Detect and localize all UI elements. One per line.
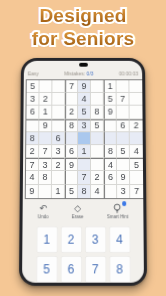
erase-icon: ◇ (74, 203, 81, 213)
sudoku-cell-r6c9[interactable]: 4 (130, 145, 143, 158)
sudoku-cell-r9c9[interactable]: 7 (130, 185, 143, 198)
sudoku-cell-r3c5[interactable]: 5 (78, 106, 91, 119)
undo-icon: ↶ (39, 203, 47, 213)
sudoku-cell-r8c9[interactable] (130, 171, 143, 184)
smart-hint-button[interactable]: Smart Hint (107, 203, 128, 222)
smart-hint-label: Smart Hint (107, 214, 128, 219)
sudoku-cell-r3c2[interactable]: 1 (39, 106, 52, 119)
hint-count-badge (122, 201, 127, 206)
sudoku-cell-r7c9[interactable]: 5 (130, 158, 143, 171)
numpad: 123456789✎ (24, 226, 142, 283)
sudoku-cell-r3c8[interactable] (117, 106, 130, 119)
timer: 00:00:03 (119, 71, 138, 77)
banner: Designed Designed for Seniors for Senior… (0, 5, 166, 50)
sudoku-cell-r9c5[interactable]: 8 (78, 185, 91, 198)
sudoku-cell-r7c4[interactable]: 9 (65, 158, 78, 171)
sudoku-cell-r6c4[interactable]: 6 (65, 145, 78, 158)
sudoku-cell-r8c4[interactable] (65, 171, 78, 184)
sudoku-cell-r3c4[interactable]: 2 (65, 106, 78, 119)
sudoku-cell-r7c8[interactable] (117, 158, 130, 171)
sudoku-cell-r5c7[interactable] (104, 132, 117, 145)
sudoku-cell-r5c4[interactable] (65, 132, 78, 145)
sudoku-cell-r6c5[interactable]: 1 (78, 145, 91, 158)
sudoku-cell-r7c3[interactable]: 2 (52, 158, 65, 171)
sudoku-cell-r2c3[interactable] (52, 93, 65, 106)
app-screen: Easy Mistakes: 0/3 00:00:03 579132457612… (22, 61, 144, 283)
sudoku-cell-r2c6[interactable] (91, 93, 104, 106)
sudoku-cell-r8c3[interactable] (52, 171, 65, 184)
phone-mockup: Easy Mistakes: 0/3 00:00:03 579132457612… (19, 58, 147, 286)
sudoku-cell-r9c2[interactable] (39, 185, 52, 198)
sudoku-cell-r9c3[interactable]: 1 (52, 185, 65, 198)
undo-button[interactable]: ↶ Undo (38, 203, 49, 222)
sudoku-cell-r2c4[interactable] (65, 93, 78, 106)
sudoku-cell-r6c3[interactable]: 3 (52, 145, 65, 158)
erase-button[interactable]: ◇ Erase (72, 203, 84, 222)
sudoku-cell-r6c8[interactable]: 5 (117, 145, 130, 158)
sudoku-cell-r4c6[interactable]: 5 (91, 119, 104, 132)
sudoku-cell-r1c5[interactable]: 9 (78, 80, 91, 93)
undo-label: Undo (38, 214, 49, 219)
camera-notch-icon (79, 63, 88, 67)
sudoku-cell-r6c7[interactable]: 8 (104, 145, 117, 158)
numpad-button-8[interactable]: 8 (109, 256, 130, 283)
sudoku-cell-r1c2[interactable] (39, 80, 52, 93)
numpad-button-4[interactable]: 4 (109, 226, 130, 253)
mistakes-counter: Mistakes: 0/3 (64, 71, 93, 77)
sudoku-cell-r1c4[interactable]: 7 (65, 80, 78, 93)
sudoku-cell-r5c8[interactable] (117, 132, 130, 145)
sudoku-cell-r9c6[interactable]: 4 (91, 185, 104, 198)
erase-label: Erase (72, 214, 84, 219)
sudoku-cell-r7c1[interactable]: 7 (26, 158, 39, 171)
sudoku-cell-r1c9[interactable] (129, 80, 142, 93)
sudoku-cell-r8c8[interactable]: 9 (117, 171, 130, 184)
sudoku-cell-r1c3[interactable] (52, 80, 65, 93)
sudoku-cell-r4c2[interactable]: 9 (39, 119, 52, 132)
sudoku-cell-r4c4[interactable]: 8 (65, 119, 78, 132)
difficulty-label: Easy (28, 71, 39, 77)
lightbulb-icon (112, 203, 122, 213)
sudoku-cell-r2c7[interactable]: 5 (104, 93, 117, 106)
sudoku-cell-r5c9[interactable] (130, 132, 143, 145)
sudoku-cell-r9c4[interactable]: 5 (65, 185, 78, 198)
toolbar: ↶ Undo ◇ Erase Smart Hint (25, 203, 142, 222)
sudoku-cell-r4c1[interactable] (26, 119, 39, 132)
sudoku-cell-r9c8[interactable]: 3 (117, 185, 130, 198)
sudoku-cell-r7c6[interactable] (91, 158, 104, 171)
sudoku-cell-r5c3[interactable]: 6 (52, 132, 65, 145)
sudoku-cell-r7c7[interactable]: 4 (104, 158, 117, 171)
numpad-button-5[interactable]: 5 (36, 256, 57, 283)
sudoku-cell-r4c9[interactable]: 2 (130, 119, 143, 132)
promo-screenshot: Designed Designed for Seniors for Senior… (0, 0, 166, 296)
sudoku-cell-r6c2[interactable]: 7 (39, 145, 52, 158)
sudoku-cell-r8c2[interactable]: 8 (39, 171, 52, 184)
numpad-button-6[interactable]: 6 (60, 256, 81, 283)
sudoku-cell-r1c7[interactable]: 1 (104, 80, 117, 93)
sudoku-cell-r5c1[interactable]: 8 (26, 132, 39, 145)
numpad-button-1[interactable]: 1 (36, 226, 57, 253)
sudoku-cell-r8c5[interactable]: 7 (78, 171, 91, 184)
sudoku-cell-r3c7[interactable]: 9 (104, 106, 117, 119)
sudoku-grid: 5791324576125899835628627361854732945487… (25, 79, 144, 198)
numpad-button-3[interactable]: 3 (85, 226, 106, 253)
sudoku-cell-r7c5[interactable] (78, 158, 91, 171)
sudoku-cell-r4c8[interactable]: 6 (117, 119, 130, 132)
numpad-button-2[interactable]: 2 (60, 226, 81, 253)
sudoku-cell-r6c6[interactable] (91, 145, 104, 158)
numpad-button-7[interactable]: 7 (85, 256, 106, 283)
sudoku-cell-r1c8[interactable] (117, 80, 130, 93)
sudoku-cell-r3c1[interactable]: 6 (26, 106, 39, 119)
banner-line-2: for Seniors for Seniors (0, 28, 166, 51)
sudoku-cell-r9c7[interactable] (104, 185, 117, 198)
sudoku-cell-r5c5[interactable] (78, 132, 91, 145)
sudoku-cell-r2c2[interactable]: 2 (39, 93, 52, 106)
sudoku-cell-r8c6[interactable]: 2 (91, 171, 104, 184)
sudoku-cell-r1c1[interactable]: 5 (27, 80, 40, 93)
sudoku-cell-r8c7[interactable]: 6 (104, 171, 117, 184)
sudoku-cell-r9c1[interactable]: 9 (26, 185, 39, 198)
sudoku-cell-r3c3[interactable] (52, 106, 65, 119)
sudoku-cell-r2c5[interactable]: 4 (78, 93, 91, 106)
sudoku-cell-r3c6[interactable]: 8 (91, 106, 104, 119)
sudoku-cell-r5c2[interactable] (39, 132, 52, 145)
sudoku-cell-r1c6[interactable] (91, 80, 104, 93)
banner-line-1: Designed Designed (0, 5, 166, 28)
sudoku-cell-r5c6[interactable] (91, 132, 104, 145)
sudoku-cell-r4c7[interactable] (104, 119, 117, 132)
sudoku-cell-r4c3[interactable] (52, 119, 65, 132)
sudoku-cell-r8c1[interactable]: 4 (26, 171, 39, 184)
sudoku-cell-r3c9[interactable] (130, 106, 143, 119)
game-statusbar: Easy Mistakes: 0/3 00:00:03 (28, 70, 138, 78)
sudoku-cell-r6c1[interactable]: 2 (26, 145, 39, 158)
sudoku-cell-r2c9[interactable] (129, 93, 142, 106)
mistakes-value: 0/3 (87, 71, 94, 77)
sudoku-cell-r7c2[interactable]: 3 (39, 158, 52, 171)
sudoku-cell-r2c8[interactable]: 7 (117, 93, 130, 106)
sudoku-cell-r2c1[interactable]: 3 (27, 93, 40, 106)
sudoku-cell-r4c5[interactable]: 3 (78, 119, 91, 132)
